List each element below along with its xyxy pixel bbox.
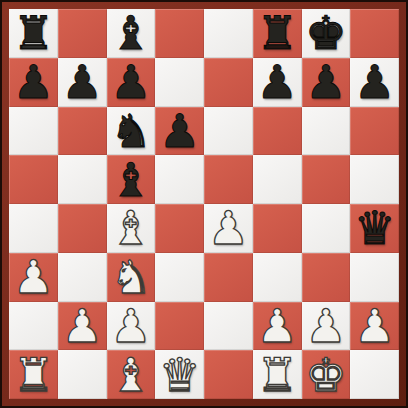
black-pawn-piece[interactable]: ♟: [305, 59, 346, 105]
square-b1[interactable]: [58, 350, 107, 399]
square-b7[interactable]: ♟: [58, 58, 107, 107]
white-king-piece[interactable]: ♚: [305, 352, 346, 398]
square-h8[interactable]: [350, 9, 399, 58]
white-bishop-piece[interactable]: ♝: [110, 205, 151, 251]
square-e7[interactable]: [204, 58, 253, 107]
white-pawn-piece[interactable]: ♟: [13, 254, 54, 300]
square-d5[interactable]: [155, 155, 204, 204]
square-a1[interactable]: ♜: [9, 350, 58, 399]
square-e3[interactable]: [204, 253, 253, 302]
square-c5[interactable]: ♝: [107, 155, 156, 204]
square-g5[interactable]: [302, 155, 351, 204]
square-f8[interactable]: ♜: [253, 9, 302, 58]
square-g4[interactable]: [302, 204, 351, 253]
square-c7[interactable]: ♟: [107, 58, 156, 107]
square-e6[interactable]: [204, 107, 253, 156]
black-bishop-piece[interactable]: ♝: [110, 10, 151, 56]
square-f4[interactable]: [253, 204, 302, 253]
square-g6[interactable]: [302, 107, 351, 156]
black-rook-piece[interactable]: ♜: [257, 10, 298, 56]
chess-board: ♜♝♜♚♟♟♟♟♟♟♞♟♝♝♟♛♟♞♟♟♟♟♟♜♝♛♜♚: [9, 9, 399, 399]
square-d8[interactable]: [155, 9, 204, 58]
square-a2[interactable]: [9, 302, 58, 351]
white-knight-piece[interactable]: ♞: [110, 254, 151, 300]
square-g1[interactable]: ♚: [302, 350, 351, 399]
white-pawn-piece[interactable]: ♟: [305, 303, 346, 349]
black-king-piece[interactable]: ♚: [305, 10, 346, 56]
square-h4[interactable]: ♛: [350, 204, 399, 253]
square-h2[interactable]: ♟: [350, 302, 399, 351]
white-pawn-piece[interactable]: ♟: [62, 303, 103, 349]
square-b5[interactable]: [58, 155, 107, 204]
white-rook-piece[interactable]: ♜: [13, 352, 54, 398]
square-g3[interactable]: [302, 253, 351, 302]
black-bishop-piece[interactable]: ♝: [110, 157, 151, 203]
black-rook-piece[interactable]: ♜: [13, 10, 54, 56]
square-f5[interactable]: [253, 155, 302, 204]
square-e4[interactable]: ♟: [204, 204, 253, 253]
square-c6[interactable]: ♞: [107, 107, 156, 156]
black-pawn-piece[interactable]: ♟: [13, 59, 54, 105]
black-knight-piece[interactable]: ♞: [110, 108, 151, 154]
square-e8[interactable]: [204, 9, 253, 58]
square-a8[interactable]: ♜: [9, 9, 58, 58]
black-pawn-piece[interactable]: ♟: [62, 59, 103, 105]
square-b3[interactable]: [58, 253, 107, 302]
square-h3[interactable]: [350, 253, 399, 302]
square-b6[interactable]: [58, 107, 107, 156]
white-pawn-piece[interactable]: ♟: [257, 303, 298, 349]
black-pawn-piece[interactable]: ♟: [257, 59, 298, 105]
square-c8[interactable]: ♝: [107, 9, 156, 58]
square-a7[interactable]: ♟: [9, 58, 58, 107]
square-b4[interactable]: [58, 204, 107, 253]
black-pawn-piece[interactable]: ♟: [159, 108, 200, 154]
square-a5[interactable]: [9, 155, 58, 204]
white-queen-piece[interactable]: ♛: [159, 352, 200, 398]
square-g2[interactable]: ♟: [302, 302, 351, 351]
square-f2[interactable]: ♟: [253, 302, 302, 351]
square-f1[interactable]: ♜: [253, 350, 302, 399]
square-h7[interactable]: ♟: [350, 58, 399, 107]
square-d7[interactable]: [155, 58, 204, 107]
square-f3[interactable]: [253, 253, 302, 302]
square-d6[interactable]: ♟: [155, 107, 204, 156]
square-h1[interactable]: [350, 350, 399, 399]
square-b8[interactable]: [58, 9, 107, 58]
square-c4[interactable]: ♝: [107, 204, 156, 253]
square-d4[interactable]: [155, 204, 204, 253]
square-c2[interactable]: ♟: [107, 302, 156, 351]
square-a3[interactable]: ♟: [9, 253, 58, 302]
square-d1[interactable]: ♛: [155, 350, 204, 399]
black-pawn-piece[interactable]: ♟: [354, 59, 395, 105]
square-g8[interactable]: ♚: [302, 9, 351, 58]
square-g7[interactable]: ♟: [302, 58, 351, 107]
square-h6[interactable]: [350, 107, 399, 156]
white-pawn-piece[interactable]: ♟: [208, 205, 249, 251]
square-e1[interactable]: [204, 350, 253, 399]
square-d3[interactable]: [155, 253, 204, 302]
square-e5[interactable]: [204, 155, 253, 204]
chess-board-frame: ♜♝♜♚♟♟♟♟♟♟♞♟♝♝♟♛♟♞♟♟♟♟♟♜♝♛♜♚: [0, 0, 408, 408]
square-a6[interactable]: [9, 107, 58, 156]
white-bishop-piece[interactable]: ♝: [110, 352, 151, 398]
square-f6[interactable]: [253, 107, 302, 156]
square-c1[interactable]: ♝: [107, 350, 156, 399]
black-queen-piece[interactable]: ♛: [354, 205, 395, 251]
square-b2[interactable]: ♟: [58, 302, 107, 351]
black-pawn-piece[interactable]: ♟: [110, 59, 151, 105]
white-pawn-piece[interactable]: ♟: [110, 303, 151, 349]
square-h5[interactable]: [350, 155, 399, 204]
square-d2[interactable]: [155, 302, 204, 351]
white-pawn-piece[interactable]: ♟: [354, 303, 395, 349]
square-f7[interactable]: ♟: [253, 58, 302, 107]
square-a4[interactable]: [9, 204, 58, 253]
square-e2[interactable]: [204, 302, 253, 351]
white-rook-piece[interactable]: ♜: [257, 352, 298, 398]
square-c3[interactable]: ♞: [107, 253, 156, 302]
